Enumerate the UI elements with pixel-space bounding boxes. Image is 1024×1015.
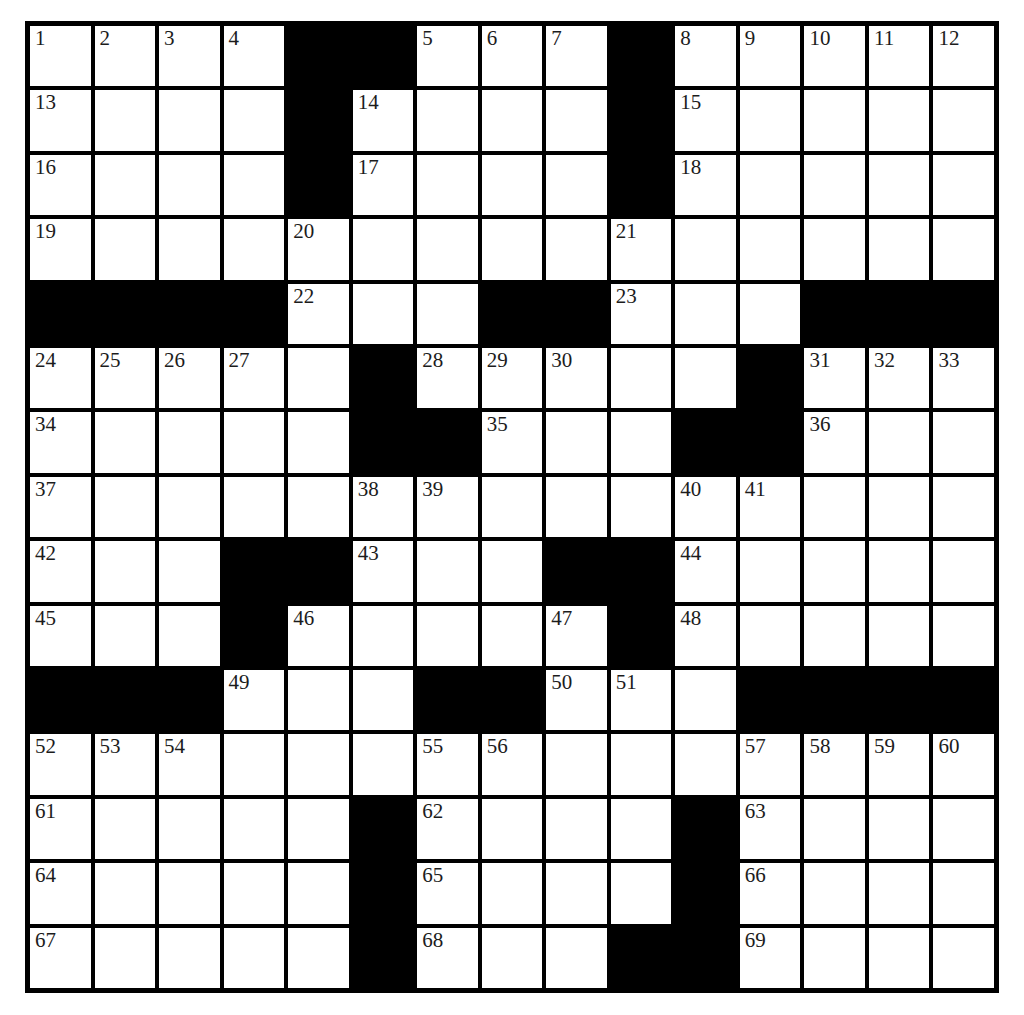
cell-r2c9[interactable] — [546, 90, 607, 150]
cell-r4c14[interactable] — [869, 219, 930, 279]
cell-r7c3[interactable] — [159, 412, 220, 472]
clue-number-65: 65 — [422, 864, 443, 886]
clue-number-38: 38 — [358, 478, 379, 500]
cell-r9c8[interactable] — [482, 541, 543, 601]
cell-r4c15[interactable] — [933, 219, 994, 279]
block-r11c3 — [159, 670, 220, 730]
cell-r1c2[interactable]: 2 — [95, 26, 156, 86]
cell-r11c5[interactable] — [288, 670, 349, 730]
cell-r12c11[interactable] — [675, 734, 736, 794]
cell-r14c2[interactable] — [95, 863, 156, 923]
cell-r14c10[interactable] — [611, 863, 672, 923]
clue-number-24: 24 — [35, 349, 56, 371]
cell-r14c7[interactable]: 65 — [417, 863, 478, 923]
cell-r1c14[interactable]: 11 — [869, 26, 930, 86]
cell-r1c15[interactable]: 12 — [933, 26, 994, 86]
cell-r9c1[interactable]: 42 — [30, 541, 91, 601]
cell-r14c12[interactable]: 66 — [740, 863, 801, 923]
cell-r7c8[interactable]: 35 — [482, 412, 543, 472]
cell-r15c3[interactable] — [159, 928, 220, 988]
cell-r11c6[interactable] — [353, 670, 414, 730]
clue-number-44: 44 — [680, 542, 701, 564]
cell-r4c8[interactable] — [482, 219, 543, 279]
clue-number-54: 54 — [164, 735, 185, 757]
cell-r10c6[interactable] — [353, 606, 414, 666]
cell-r5c11[interactable] — [675, 284, 736, 344]
cell-r1c4[interactable]: 4 — [224, 26, 285, 86]
cell-r14c1[interactable]: 64 — [30, 863, 91, 923]
cell-r3c12[interactable] — [740, 155, 801, 215]
clue-number-28: 28 — [422, 349, 443, 371]
block-r7c12 — [740, 412, 801, 472]
block-r3c10 — [611, 155, 672, 215]
clue-number-13: 13 — [35, 91, 56, 113]
clue-number-49: 49 — [229, 671, 250, 693]
cell-r3c14[interactable] — [869, 155, 930, 215]
clue-number-41: 41 — [745, 478, 766, 500]
cell-r10c7[interactable] — [417, 606, 478, 666]
cell-r12c7[interactable]: 55 — [417, 734, 478, 794]
block-r13c6 — [353, 799, 414, 859]
clue-number-32: 32 — [874, 349, 895, 371]
block-r5c13 — [804, 284, 865, 344]
clue-number-23: 23 — [616, 285, 637, 307]
clue-number-14: 14 — [358, 91, 379, 113]
cell-r7c15[interactable] — [933, 412, 994, 472]
cell-r2c1[interactable]: 13 — [30, 90, 91, 150]
cell-r2c14[interactable] — [869, 90, 930, 150]
cell-r9c7[interactable] — [417, 541, 478, 601]
cell-r4c1[interactable]: 19 — [30, 219, 91, 279]
cell-r10c13[interactable] — [804, 606, 865, 666]
cell-r13c2[interactable] — [95, 799, 156, 859]
block-r2c5 — [288, 90, 349, 150]
cell-r10c15[interactable] — [933, 606, 994, 666]
cell-r8c12[interactable]: 41 — [740, 477, 801, 537]
cell-r15c12[interactable]: 69 — [740, 928, 801, 988]
clue-number-20: 20 — [293, 220, 314, 242]
block-r7c7 — [417, 412, 478, 472]
block-r5c9 — [546, 284, 607, 344]
clue-number-2: 2 — [100, 27, 111, 49]
cell-r8c13[interactable] — [804, 477, 865, 537]
cell-r1c12[interactable]: 9 — [740, 26, 801, 86]
cell-r1c11[interactable]: 8 — [675, 26, 736, 86]
cell-r12c10[interactable] — [611, 734, 672, 794]
clue-number-51: 51 — [616, 671, 637, 693]
cell-r8c11[interactable]: 40 — [675, 477, 736, 537]
cell-r12c4[interactable] — [224, 734, 285, 794]
cell-r8c6[interactable]: 38 — [353, 477, 414, 537]
clue-number-53: 53 — [100, 735, 121, 757]
clue-number-16: 16 — [35, 156, 56, 178]
cell-r6c5[interactable] — [288, 348, 349, 408]
clue-number-7: 7 — [551, 27, 562, 49]
cell-r13c9[interactable] — [546, 799, 607, 859]
clue-number-60: 60 — [938, 735, 959, 757]
block-r5c2 — [95, 284, 156, 344]
clue-number-69: 69 — [745, 929, 766, 951]
cell-r13c14[interactable] — [869, 799, 930, 859]
clue-number-27: 27 — [229, 349, 250, 371]
cell-r10c5[interactable]: 46 — [288, 606, 349, 666]
cell-r14c13[interactable] — [804, 863, 865, 923]
cell-r5c10[interactable]: 23 — [611, 284, 672, 344]
clue-number-35: 35 — [487, 413, 508, 435]
cell-r13c5[interactable] — [288, 799, 349, 859]
clue-number-21: 21 — [616, 220, 637, 242]
cell-r10c3[interactable] — [159, 606, 220, 666]
cell-r1c8[interactable]: 6 — [482, 26, 543, 86]
cell-r6c4[interactable]: 27 — [224, 348, 285, 408]
cell-r9c14[interactable] — [869, 541, 930, 601]
cell-r3c1[interactable]: 16 — [30, 155, 91, 215]
clue-number-66: 66 — [745, 864, 766, 886]
cell-r7c9[interactable] — [546, 412, 607, 472]
cell-r2c6[interactable]: 14 — [353, 90, 414, 150]
cell-r12c13[interactable]: 58 — [804, 734, 865, 794]
clue-number-37: 37 — [35, 478, 56, 500]
cell-r2c4[interactable] — [224, 90, 285, 150]
clue-number-15: 15 — [680, 91, 701, 113]
cell-r11c10[interactable]: 51 — [611, 670, 672, 730]
cell-r12c5[interactable] — [288, 734, 349, 794]
block-r5c1 — [30, 284, 91, 344]
cell-r8c1[interactable]: 37 — [30, 477, 91, 537]
clue-number-36: 36 — [809, 413, 830, 435]
cell-r6c7[interactable]: 28 — [417, 348, 478, 408]
block-r11c13 — [804, 670, 865, 730]
cell-r15c5[interactable] — [288, 928, 349, 988]
cell-r1c9[interactable]: 7 — [546, 26, 607, 86]
clue-number-68: 68 — [422, 929, 443, 951]
cell-r4c3[interactable] — [159, 219, 220, 279]
block-r1c10 — [611, 26, 672, 86]
block-r9c10 — [611, 541, 672, 601]
cell-r13c15[interactable] — [933, 799, 994, 859]
cell-r9c12[interactable] — [740, 541, 801, 601]
cell-r5c12[interactable] — [740, 284, 801, 344]
cell-r4c4[interactable] — [224, 219, 285, 279]
cell-r3c7[interactable] — [417, 155, 478, 215]
block-r7c6 — [353, 412, 414, 472]
cell-r13c13[interactable] — [804, 799, 865, 859]
block-r10c4 — [224, 606, 285, 666]
cell-r13c8[interactable] — [482, 799, 543, 859]
cell-r12c14[interactable]: 59 — [869, 734, 930, 794]
cell-r7c1[interactable]: 34 — [30, 412, 91, 472]
cell-r5c6[interactable] — [353, 284, 414, 344]
clue-number-46: 46 — [293, 607, 314, 629]
cell-r11c4[interactable]: 49 — [224, 670, 285, 730]
block-r10c10 — [611, 606, 672, 666]
block-r7c11 — [675, 412, 736, 472]
cell-r11c11[interactable] — [675, 670, 736, 730]
cell-r6c14[interactable]: 32 — [869, 348, 930, 408]
block-r9c5 — [288, 541, 349, 601]
cell-r9c13[interactable] — [804, 541, 865, 601]
cell-r4c11[interactable] — [675, 219, 736, 279]
cell-r14c4[interactable] — [224, 863, 285, 923]
clue-number-40: 40 — [680, 478, 701, 500]
clue-number-9: 9 — [745, 27, 756, 49]
cell-r14c8[interactable] — [482, 863, 543, 923]
cell-r14c5[interactable] — [288, 863, 349, 923]
block-r3c5 — [288, 155, 349, 215]
clue-number-3: 3 — [164, 27, 175, 49]
cell-r8c3[interactable] — [159, 477, 220, 537]
cell-r6c13[interactable]: 31 — [804, 348, 865, 408]
cell-r2c13[interactable] — [804, 90, 865, 150]
block-r5c15 — [933, 284, 994, 344]
cell-r15c14[interactable] — [869, 928, 930, 988]
cell-r2c7[interactable] — [417, 90, 478, 150]
clue-number-58: 58 — [809, 735, 830, 757]
cell-r2c11[interactable]: 15 — [675, 90, 736, 150]
cell-r8c15[interactable] — [933, 477, 994, 537]
clue-number-26: 26 — [164, 349, 185, 371]
clue-number-67: 67 — [35, 929, 56, 951]
cell-r6c9[interactable]: 30 — [546, 348, 607, 408]
cell-r4c6[interactable] — [353, 219, 414, 279]
cell-r12c12[interactable]: 57 — [740, 734, 801, 794]
cell-r6c3[interactable]: 26 — [159, 348, 220, 408]
block-r1c5 — [288, 26, 349, 86]
cell-r4c12[interactable] — [740, 219, 801, 279]
block-r11c2 — [95, 670, 156, 730]
cell-r4c9[interactable] — [546, 219, 607, 279]
cell-r4c5[interactable]: 20 — [288, 219, 349, 279]
cell-r3c4[interactable] — [224, 155, 285, 215]
block-r14c6 — [353, 863, 414, 923]
cell-r1c1[interactable]: 1 — [30, 26, 91, 86]
clue-number-43: 43 — [358, 542, 379, 564]
cell-r9c11[interactable]: 44 — [675, 541, 736, 601]
block-r14c11 — [675, 863, 736, 923]
clue-number-11: 11 — [874, 27, 894, 49]
cell-r2c3[interactable] — [159, 90, 220, 150]
cell-r10c8[interactable] — [482, 606, 543, 666]
cell-r3c2[interactable] — [95, 155, 156, 215]
cell-r8c14[interactable] — [869, 477, 930, 537]
clue-number-62: 62 — [422, 800, 443, 822]
cell-r10c2[interactable] — [95, 606, 156, 666]
cell-r10c14[interactable] — [869, 606, 930, 666]
block-r5c3 — [159, 284, 220, 344]
clue-number-42: 42 — [35, 542, 56, 564]
cell-r15c15[interactable] — [933, 928, 994, 988]
clue-number-31: 31 — [809, 349, 830, 371]
clue-number-19: 19 — [35, 220, 56, 242]
cell-r3c13[interactable] — [804, 155, 865, 215]
block-r5c4 — [224, 284, 285, 344]
cell-r13c7[interactable]: 62 — [417, 799, 478, 859]
cell-r6c1[interactable]: 24 — [30, 348, 91, 408]
cell-r5c5[interactable]: 22 — [288, 284, 349, 344]
clue-number-18: 18 — [680, 156, 701, 178]
block-r11c7 — [417, 670, 478, 730]
cell-r8c7[interactable]: 39 — [417, 477, 478, 537]
cell-r12c1[interactable]: 52 — [30, 734, 91, 794]
clue-number-25: 25 — [100, 349, 121, 371]
clue-number-12: 12 — [938, 27, 959, 49]
cell-r8c4[interactable] — [224, 477, 285, 537]
cell-r12c6[interactable] — [353, 734, 414, 794]
block-r9c9 — [546, 541, 607, 601]
block-r1c6 — [353, 26, 414, 86]
clue-number-30: 30 — [551, 349, 572, 371]
cell-r7c5[interactable] — [288, 412, 349, 472]
clue-number-33: 33 — [938, 349, 959, 371]
cell-r13c4[interactable] — [224, 799, 285, 859]
cell-r15c2[interactable] — [95, 928, 156, 988]
cell-r12c8[interactable]: 56 — [482, 734, 543, 794]
clue-number-34: 34 — [35, 413, 56, 435]
block-r15c10 — [611, 928, 672, 988]
cell-r13c10[interactable] — [611, 799, 672, 859]
block-r6c12 — [740, 348, 801, 408]
clue-number-55: 55 — [422, 735, 443, 757]
clue-number-59: 59 — [874, 735, 895, 757]
block-r5c14 — [869, 284, 930, 344]
cell-r1c13[interactable]: 10 — [804, 26, 865, 86]
clue-number-48: 48 — [680, 607, 701, 629]
block-r11c14 — [869, 670, 930, 730]
cell-r3c11[interactable]: 18 — [675, 155, 736, 215]
clue-number-5: 5 — [422, 27, 433, 49]
cell-r9c3[interactable] — [159, 541, 220, 601]
block-r2c10 — [611, 90, 672, 150]
block-r15c11 — [675, 928, 736, 988]
block-r15c6 — [353, 928, 414, 988]
cell-r8c5[interactable] — [288, 477, 349, 537]
cell-r6c10[interactable] — [611, 348, 672, 408]
cell-r3c9[interactable] — [546, 155, 607, 215]
block-r11c15 — [933, 670, 994, 730]
cell-r2c15[interactable] — [933, 90, 994, 150]
clue-number-22: 22 — [293, 285, 314, 307]
clue-number-4: 4 — [229, 27, 240, 49]
cell-r7c14[interactable] — [869, 412, 930, 472]
cell-r15c7[interactable]: 68 — [417, 928, 478, 988]
cell-r15c8[interactable] — [482, 928, 543, 988]
cell-r14c3[interactable] — [159, 863, 220, 923]
cell-r13c1[interactable]: 61 — [30, 799, 91, 859]
cell-r4c10[interactable]: 21 — [611, 219, 672, 279]
cell-r7c2[interactable] — [95, 412, 156, 472]
cell-r9c15[interactable] — [933, 541, 994, 601]
cell-r1c7[interactable]: 5 — [417, 26, 478, 86]
clue-number-52: 52 — [35, 735, 56, 757]
cell-r9c6[interactable]: 43 — [353, 541, 414, 601]
cell-r2c2[interactable] — [95, 90, 156, 150]
cell-r3c6[interactable]: 17 — [353, 155, 414, 215]
clue-number-29: 29 — [487, 349, 508, 371]
cell-r4c13[interactable] — [804, 219, 865, 279]
cell-r3c8[interactable] — [482, 155, 543, 215]
clue-number-64: 64 — [35, 864, 56, 886]
crossword-grid: 1234567891011121314151617181920212223242… — [25, 21, 999, 993]
block-r11c8 — [482, 670, 543, 730]
cell-r6c2[interactable]: 25 — [95, 348, 156, 408]
cell-r3c3[interactable] — [159, 155, 220, 215]
cell-r14c14[interactable] — [869, 863, 930, 923]
cell-r10c9[interactable]: 47 — [546, 606, 607, 666]
cell-r8c2[interactable] — [95, 477, 156, 537]
clue-number-1: 1 — [35, 27, 46, 49]
cell-r2c8[interactable] — [482, 90, 543, 150]
cell-r14c15[interactable] — [933, 863, 994, 923]
clue-number-8: 8 — [680, 27, 691, 49]
clue-number-17: 17 — [358, 156, 379, 178]
cell-r12c9[interactable] — [546, 734, 607, 794]
cell-r5c7[interactable] — [417, 284, 478, 344]
cell-r6c11[interactable] — [675, 348, 736, 408]
cell-r12c3[interactable]: 54 — [159, 734, 220, 794]
cell-r15c1[interactable]: 67 — [30, 928, 91, 988]
cell-r13c3[interactable] — [159, 799, 220, 859]
clue-number-57: 57 — [745, 735, 766, 757]
cell-r15c9[interactable] — [546, 928, 607, 988]
clue-number-45: 45 — [35, 607, 56, 629]
clue-number-50: 50 — [551, 671, 572, 693]
clue-number-56: 56 — [487, 735, 508, 757]
clue-number-63: 63 — [745, 800, 766, 822]
cell-r13c12[interactable]: 63 — [740, 799, 801, 859]
cell-r11c9[interactable]: 50 — [546, 670, 607, 730]
clue-number-61: 61 — [35, 800, 56, 822]
cell-r15c4[interactable] — [224, 928, 285, 988]
block-r11c12 — [740, 670, 801, 730]
cell-r12c15[interactable]: 60 — [933, 734, 994, 794]
clue-number-47: 47 — [551, 607, 572, 629]
cell-r7c10[interactable] — [611, 412, 672, 472]
cell-r8c8[interactable] — [482, 477, 543, 537]
cell-r7c4[interactable] — [224, 412, 285, 472]
block-r11c1 — [30, 670, 91, 730]
block-r6c6 — [353, 348, 414, 408]
clue-number-39: 39 — [422, 478, 443, 500]
cell-r7c13[interactable]: 36 — [804, 412, 865, 472]
cell-r10c1[interactable]: 45 — [30, 606, 91, 666]
cell-r15c13[interactable] — [804, 928, 865, 988]
cell-r12c2[interactable]: 53 — [95, 734, 156, 794]
cell-r2c12[interactable] — [740, 90, 801, 150]
block-r9c4 — [224, 541, 285, 601]
block-r5c8 — [482, 284, 543, 344]
cell-r10c11[interactable]: 48 — [675, 606, 736, 666]
cell-r14c9[interactable] — [546, 863, 607, 923]
cell-r3c15[interactable] — [933, 155, 994, 215]
cell-r6c8[interactable]: 29 — [482, 348, 543, 408]
clue-number-6: 6 — [487, 27, 498, 49]
cell-r4c2[interactable] — [95, 219, 156, 279]
cell-r8c9[interactable] — [546, 477, 607, 537]
block-r13c11 — [675, 799, 736, 859]
cell-r9c2[interactable] — [95, 541, 156, 601]
cell-r1c3[interactable]: 3 — [159, 26, 220, 86]
cell-r6c15[interactable]: 33 — [933, 348, 994, 408]
cell-r10c12[interactable] — [740, 606, 801, 666]
cell-r4c7[interactable] — [417, 219, 478, 279]
cell-r8c10[interactable] — [611, 477, 672, 537]
clue-number-10: 10 — [809, 27, 830, 49]
